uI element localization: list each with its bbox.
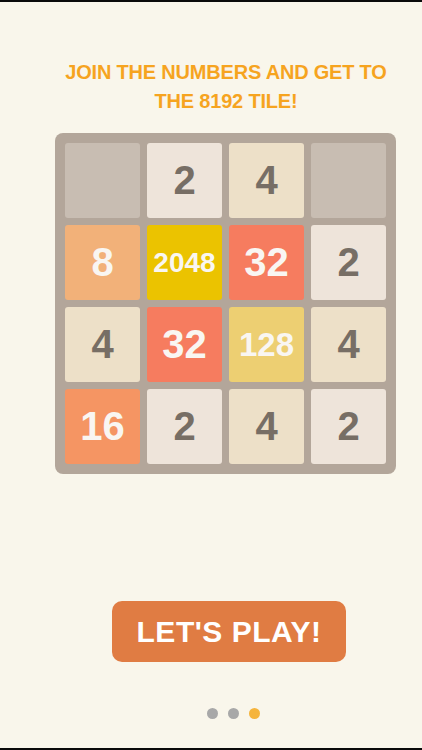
page-dot-3-active[interactable] <box>249 708 260 719</box>
cta-row: LET'S PLAY! <box>0 601 422 662</box>
tile-2-r2c4: 2 <box>311 225 386 300</box>
tile-2-r1c2: 2 <box>147 143 222 218</box>
tile-4-r1c3: 4 <box>229 143 304 218</box>
headline-line-2: THE 8192 TILE! <box>30 87 422 116</box>
page-indicator <box>0 708 422 719</box>
empty-cell-r1c1 <box>65 143 140 218</box>
tile-4-r4c3: 4 <box>229 389 304 464</box>
page-dot-1[interactable] <box>207 708 218 719</box>
tile-16-r4c1: 16 <box>65 389 140 464</box>
tile-128-r3c3: 128 <box>229 307 304 382</box>
tile-2-r4c2: 2 <box>147 389 222 464</box>
board-2048: 2482048322432128416242 <box>55 133 396 474</box>
headline: JOIN THE NUMBERS AND GET TO THE 8192 TIL… <box>0 58 422 116</box>
tile-2048-r2c2: 2048 <box>147 225 222 300</box>
empty-cell-r1c4 <box>311 143 386 218</box>
tile-8-r2c1: 8 <box>65 225 140 300</box>
tile-4-r3c4: 4 <box>311 307 386 382</box>
tile-4-r3c1: 4 <box>65 307 140 382</box>
lets-play-button[interactable]: LET'S PLAY! <box>112 601 346 662</box>
headline-line-1: JOIN THE NUMBERS AND GET TO <box>30 58 422 87</box>
tile-32-r3c2: 32 <box>147 307 222 382</box>
screen-edge-top <box>0 0 422 2</box>
tile-32-r2c3: 32 <box>229 225 304 300</box>
page-dot-2[interactable] <box>228 708 239 719</box>
tile-2-r4c4: 2 <box>311 389 386 464</box>
